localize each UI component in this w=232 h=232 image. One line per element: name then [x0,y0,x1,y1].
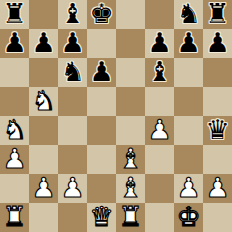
white-pawn-piece[interactable]: ♟ [205,174,229,202]
white-pawn-piece[interactable]: ♟ [2,145,26,173]
black-pawn-piece[interactable]: ♟ [2,29,26,57]
square-c4[interactable] [58,116,87,145]
square-g5[interactable] [174,87,203,116]
white-bishop-piece[interactable]: ♝ [118,145,142,173]
square-h5[interactable] [203,87,232,116]
white-pawn-piece[interactable]: ♟ [147,116,171,144]
square-a5[interactable] [0,87,29,116]
square-e4[interactable] [116,116,145,145]
square-a4[interactable]: ♞ [0,116,29,145]
square-c3[interactable] [58,145,87,174]
white-queen-piece[interactable]: ♛ [89,203,113,231]
black-pawn-piece[interactable]: ♟ [60,29,84,57]
square-h8[interactable]: ♜ [203,0,232,29]
chess-board: ♜♝♚♞♜♟♟♟♟♟♟♞♟♝♞♞♟♛♟♝♟♟♝♟♟♜♛♜♚ [0,0,232,232]
square-f3[interactable] [145,145,174,174]
square-d1[interactable]: ♛ [87,203,116,232]
square-g7[interactable]: ♟ [174,29,203,58]
square-e2[interactable]: ♝ [116,174,145,203]
square-c1[interactable] [58,203,87,232]
square-e7[interactable] [116,29,145,58]
square-d7[interactable] [87,29,116,58]
square-g4[interactable] [174,116,203,145]
square-g8[interactable]: ♞ [174,0,203,29]
square-f1[interactable] [145,203,174,232]
square-a2[interactable] [0,174,29,203]
square-c6[interactable]: ♞ [58,58,87,87]
square-b2[interactable]: ♟ [29,174,58,203]
square-f6[interactable]: ♝ [145,58,174,87]
black-bishop-piece[interactable]: ♝ [60,0,84,28]
square-b6[interactable] [29,58,58,87]
black-rook-piece[interactable]: ♜ [205,0,229,28]
square-a6[interactable] [0,58,29,87]
white-pawn-piece[interactable]: ♟ [31,174,55,202]
square-d2[interactable] [87,174,116,203]
black-knight-piece[interactable]: ♞ [176,0,200,28]
square-d8[interactable]: ♚ [87,0,116,29]
white-rook-piece[interactable]: ♜ [118,203,142,231]
square-h6[interactable] [203,58,232,87]
square-b4[interactable] [29,116,58,145]
square-b3[interactable] [29,145,58,174]
square-h7[interactable]: ♟ [203,29,232,58]
square-c8[interactable]: ♝ [58,0,87,29]
square-f7[interactable]: ♟ [145,29,174,58]
square-a1[interactable]: ♜ [0,203,29,232]
black-king-piece[interactable]: ♚ [89,0,113,28]
black-pawn-piece[interactable]: ♟ [89,58,113,86]
square-a3[interactable]: ♟ [0,145,29,174]
square-g2[interactable]: ♟ [174,174,203,203]
square-b5[interactable]: ♞ [29,87,58,116]
square-d6[interactable]: ♟ [87,58,116,87]
square-e3[interactable]: ♝ [116,145,145,174]
white-rook-piece[interactable]: ♜ [2,203,26,231]
black-rook-piece[interactable]: ♜ [2,0,26,28]
black-pawn-piece[interactable]: ♟ [176,29,200,57]
square-e6[interactable] [116,58,145,87]
square-f5[interactable] [145,87,174,116]
square-d3[interactable] [87,145,116,174]
square-e5[interactable] [116,87,145,116]
black-pawn-piece[interactable]: ♟ [31,29,55,57]
square-g3[interactable] [174,145,203,174]
square-c5[interactable] [58,87,87,116]
square-h3[interactable] [203,145,232,174]
square-b7[interactable]: ♟ [29,29,58,58]
square-e1[interactable]: ♜ [116,203,145,232]
white-pawn-piece[interactable]: ♟ [176,174,200,202]
square-g6[interactable] [174,58,203,87]
white-knight-piece[interactable]: ♞ [2,116,26,144]
square-c2[interactable]: ♟ [58,174,87,203]
black-knight-piece[interactable]: ♞ [60,58,84,86]
square-c7[interactable]: ♟ [58,29,87,58]
square-g1[interactable]: ♚ [174,203,203,232]
square-a8[interactable]: ♜ [0,0,29,29]
square-e8[interactable] [116,0,145,29]
square-f2[interactable] [145,174,174,203]
square-d5[interactable] [87,87,116,116]
black-pawn-piece[interactable]: ♟ [205,29,229,57]
black-pawn-piece[interactable]: ♟ [147,29,171,57]
square-h4[interactable]: ♛ [203,116,232,145]
square-h2[interactable]: ♟ [203,174,232,203]
square-d4[interactable] [87,116,116,145]
white-pawn-piece[interactable]: ♟ [60,174,84,202]
white-knight-piece[interactable]: ♞ [31,87,55,115]
square-h1[interactable] [203,203,232,232]
square-f4[interactable]: ♟ [145,116,174,145]
black-queen-piece[interactable]: ♛ [205,116,229,144]
square-f8[interactable] [145,0,174,29]
square-b1[interactable] [29,203,58,232]
white-king-piece[interactable]: ♚ [176,203,200,231]
square-a7[interactable]: ♟ [0,29,29,58]
white-bishop-piece[interactable]: ♝ [118,174,142,202]
square-b8[interactable] [29,0,58,29]
black-bishop-piece[interactable]: ♝ [147,58,171,86]
